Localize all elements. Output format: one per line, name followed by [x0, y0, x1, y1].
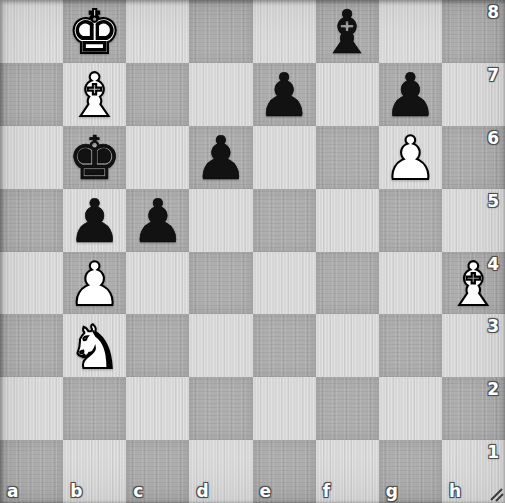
square-f6[interactable]	[316, 126, 379, 189]
board-squares: ♚♝♝♟♟♚♟♟♟♟♟♝♞	[0, 0, 505, 503]
black-pawn-e7[interactable]: ♟	[257, 65, 311, 125]
square-e6[interactable]	[253, 126, 316, 189]
square-g6[interactable]: ♟	[379, 126, 442, 189]
coordinate-rank-4: 4	[487, 256, 499, 273]
coordinate-rank-5: 5	[487, 193, 499, 210]
white-pawn-b4[interactable]: ♟	[68, 254, 122, 314]
coordinate-rank-8: 8	[487, 4, 499, 21]
black-bishop-f8[interactable]: ♝	[320, 2, 374, 62]
square-c2[interactable]	[126, 377, 189, 440]
white-knight-b3[interactable]: ♞	[68, 317, 122, 377]
square-c8[interactable]	[126, 0, 189, 63]
square-b4[interactable]: ♟	[63, 252, 126, 315]
square-a3[interactable]	[0, 314, 63, 377]
coordinate-file-e: e	[260, 483, 272, 500]
black-pawn-c5[interactable]: ♟	[131, 191, 185, 251]
square-e5[interactable]	[253, 189, 316, 252]
square-a8[interactable]	[0, 0, 63, 63]
square-g8[interactable]	[379, 0, 442, 63]
coordinate-file-f: f	[323, 483, 330, 500]
white-pawn-g6[interactable]: ♟	[383, 128, 437, 188]
square-g3[interactable]	[379, 314, 442, 377]
square-d3[interactable]	[189, 314, 252, 377]
square-f7[interactable]	[316, 63, 379, 126]
square-b7[interactable]: ♝	[63, 63, 126, 126]
square-b5[interactable]: ♟	[63, 189, 126, 252]
square-g7[interactable]: ♟	[379, 63, 442, 126]
resize-handle-icon[interactable]	[488, 486, 504, 502]
square-e8[interactable]	[253, 0, 316, 63]
square-d8[interactable]	[189, 0, 252, 63]
square-a4[interactable]	[0, 252, 63, 315]
square-d5[interactable]	[189, 189, 252, 252]
black-pawn-b5[interactable]: ♟	[68, 191, 122, 251]
square-g2[interactable]	[379, 377, 442, 440]
square-a6[interactable]	[0, 126, 63, 189]
square-c7[interactable]	[126, 63, 189, 126]
square-g5[interactable]	[379, 189, 442, 252]
square-f3[interactable]	[316, 314, 379, 377]
square-f2[interactable]	[316, 377, 379, 440]
square-a5[interactable]	[0, 189, 63, 252]
square-c5[interactable]: ♟	[126, 189, 189, 252]
square-b2[interactable]	[63, 377, 126, 440]
black-king-b6[interactable]: ♚	[68, 128, 122, 188]
white-bishop-b7[interactable]: ♝	[68, 65, 122, 125]
square-f4[interactable]	[316, 252, 379, 315]
square-d2[interactable]	[189, 377, 252, 440]
square-d6[interactable]: ♟	[189, 126, 252, 189]
square-f8[interactable]: ♝	[316, 0, 379, 63]
square-g4[interactable]	[379, 252, 442, 315]
coordinate-file-d: d	[196, 483, 208, 500]
square-c3[interactable]	[126, 314, 189, 377]
square-b8[interactable]: ♚	[63, 0, 126, 63]
coordinate-file-g: g	[386, 483, 398, 500]
square-d4[interactable]	[189, 252, 252, 315]
square-e7[interactable]: ♟	[253, 63, 316, 126]
square-e3[interactable]	[253, 314, 316, 377]
square-f5[interactable]	[316, 189, 379, 252]
coordinate-file-h: h	[449, 483, 461, 500]
black-pawn-g7[interactable]: ♟	[383, 65, 437, 125]
coordinate-file-c: c	[133, 483, 143, 500]
coordinate-file-b: b	[70, 483, 82, 500]
square-b6[interactable]: ♚	[63, 126, 126, 189]
coordinate-rank-7: 7	[487, 67, 499, 84]
coordinate-file-a: a	[7, 483, 18, 500]
square-e2[interactable]	[253, 377, 316, 440]
coordinate-rank-6: 6	[487, 130, 499, 147]
square-b3[interactable]: ♞	[63, 314, 126, 377]
square-e4[interactable]	[253, 252, 316, 315]
square-d7[interactable]	[189, 63, 252, 126]
square-c6[interactable]	[126, 126, 189, 189]
coordinate-rank-1: 1	[487, 444, 499, 461]
square-a2[interactable]	[0, 377, 63, 440]
black-pawn-d6[interactable]: ♟	[194, 128, 248, 188]
square-a7[interactable]	[0, 63, 63, 126]
coordinate-rank-2: 2	[487, 381, 499, 398]
white-king-b8[interactable]: ♚	[68, 2, 122, 62]
chess-board: ♚♝♝♟♟♚♟♟♟♟♟♝♞ abcdefgh87654321	[0, 0, 505, 503]
coordinate-rank-3: 3	[487, 318, 499, 335]
square-c4[interactable]	[126, 252, 189, 315]
